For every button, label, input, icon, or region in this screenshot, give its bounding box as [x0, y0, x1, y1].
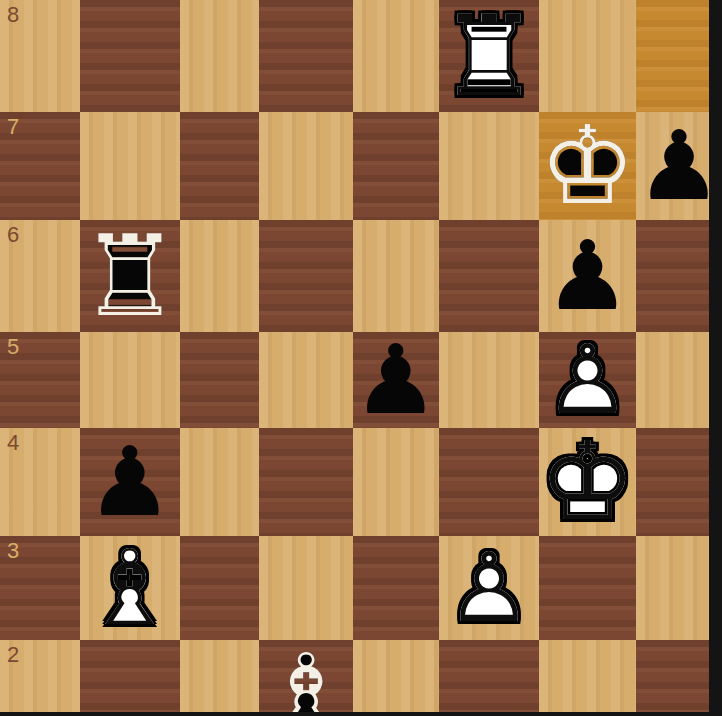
square-b5[interactable]: [80, 332, 180, 428]
square-a3[interactable]: 3: [0, 536, 80, 640]
rank-label-3: 3: [7, 540, 19, 562]
black-pawn-glyph: ♟: [87, 434, 173, 530]
rank-label-8: 8: [7, 4, 19, 26]
chess-app-screenshot: 8♜♖7♚♔♟6♜♖♟5♟♟♙4♟♚♔3♝♗♟♙2♝♗1abcdefgh: [0, 0, 722, 716]
white-pawn-detail-glyph: ♙: [544, 332, 630, 428]
square-e7[interactable]: [353, 112, 439, 220]
right-edge-strip: [709, 0, 722, 716]
square-a6[interactable]: 6: [0, 220, 80, 332]
square-d5[interactable]: [259, 332, 352, 428]
white-bishop-glyph: ♝: [83, 536, 176, 640]
piece-black-pawn-icon[interactable]: ♟: [80, 428, 180, 536]
square-c2[interactable]: [180, 640, 260, 716]
square-d4[interactable]: [259, 428, 352, 536]
piece-black-pawn-icon[interactable]: ♟: [539, 220, 636, 332]
square-e2[interactable]: [353, 640, 439, 716]
square-a2[interactable]: 2: [0, 640, 80, 716]
rank-label-5: 5: [7, 336, 19, 358]
square-f7[interactable]: [439, 112, 539, 220]
black-king-detail-glyph: ♔: [539, 112, 636, 220]
square-g5[interactable]: ♟♙: [539, 332, 636, 428]
square-b7[interactable]: [80, 112, 180, 220]
chess-board: 8♜♖7♚♔♟6♜♖♟5♟♟♙4♟♚♔3♝♗♟♙2♝♗1abcdefgh: [0, 0, 722, 716]
square-f2[interactable]: [439, 640, 539, 716]
square-d2[interactable]: ♝♗: [259, 640, 352, 716]
square-a8[interactable]: 8: [0, 0, 80, 112]
piece-black-pawn-icon[interactable]: ♟: [353, 332, 439, 428]
piece-white-rook-icon[interactable]: ♜♖: [439, 0, 539, 112]
square-d7[interactable]: [259, 112, 352, 220]
square-c5[interactable]: [180, 332, 260, 428]
piece-white-bishop-icon[interactable]: ♝♗: [80, 536, 180, 640]
square-d3[interactable]: [259, 536, 352, 640]
black-king-glyph: ♚: [539, 112, 636, 220]
white-bishop-detail-glyph: ♗: [83, 536, 176, 640]
rank-label-7: 7: [7, 116, 19, 138]
square-g4[interactable]: ♚♔: [539, 428, 636, 536]
square-f5[interactable]: [439, 332, 539, 428]
square-g3[interactable]: [539, 536, 636, 640]
piece-black-rook-icon[interactable]: ♜♖: [80, 220, 180, 332]
square-g8[interactable]: [539, 0, 636, 112]
black-bishop-glyph: ♝: [259, 640, 352, 716]
white-pawn-glyph: ♟: [544, 332, 630, 428]
black-rook-detail-glyph: ♖: [80, 220, 180, 332]
square-e6[interactable]: [353, 220, 439, 332]
piece-black-bishop-icon[interactable]: ♝♗: [259, 640, 352, 716]
square-b6[interactable]: ♜♖: [80, 220, 180, 332]
square-e5[interactable]: ♟: [353, 332, 439, 428]
square-b3[interactable]: ♝♗: [80, 536, 180, 640]
black-bishop-detail-glyph: ♗: [259, 640, 352, 716]
white-rook-detail-glyph: ♖: [439, 0, 539, 112]
square-g6[interactable]: ♟: [539, 220, 636, 332]
square-a4[interactable]: 4: [0, 428, 80, 536]
bottom-edge-strip: [0, 712, 722, 716]
square-e3[interactable]: [353, 536, 439, 640]
black-rook-glyph: ♜: [80, 220, 180, 332]
black-pawn-glyph: ♟: [353, 332, 439, 428]
white-pawn-glyph: ♟: [446, 540, 532, 636]
square-f6[interactable]: [439, 220, 539, 332]
black-pawn-glyph: ♟: [544, 228, 630, 324]
square-f3[interactable]: ♟♙: [439, 536, 539, 640]
piece-white-pawn-icon[interactable]: ♟♙: [439, 536, 539, 640]
square-d6[interactable]: [259, 220, 352, 332]
piece-white-king-icon[interactable]: ♚♔: [539, 428, 636, 536]
square-b2[interactable]: [80, 640, 180, 716]
square-a7[interactable]: 7: [0, 112, 80, 220]
piece-black-king-icon[interactable]: ♚♔: [539, 112, 636, 220]
square-a5[interactable]: 5: [0, 332, 80, 428]
square-b8[interactable]: [80, 0, 180, 112]
square-g2[interactable]: [539, 640, 636, 716]
white-rook-glyph: ♜: [439, 0, 539, 112]
square-e8[interactable]: [353, 0, 439, 112]
rank-label-2: 2: [7, 644, 19, 666]
white-pawn-detail-glyph: ♙: [446, 540, 532, 636]
white-king-glyph: ♚: [539, 428, 636, 536]
square-c6[interactable]: [180, 220, 260, 332]
rank-label-4: 4: [7, 432, 19, 454]
square-f8[interactable]: ♜♖: [439, 0, 539, 112]
square-b4[interactable]: ♟: [80, 428, 180, 536]
rank-label-6: 6: [7, 224, 19, 246]
square-c4[interactable]: [180, 428, 260, 536]
square-c7[interactable]: [180, 112, 260, 220]
square-d8[interactable]: [259, 0, 352, 112]
square-c8[interactable]: [180, 0, 260, 112]
square-c3[interactable]: [180, 536, 260, 640]
square-f4[interactable]: [439, 428, 539, 536]
square-g7[interactable]: ♚♔: [539, 112, 636, 220]
white-king-detail-glyph: ♔: [539, 428, 636, 536]
piece-white-pawn-icon[interactable]: ♟♙: [539, 332, 636, 428]
square-e4[interactable]: [353, 428, 439, 536]
